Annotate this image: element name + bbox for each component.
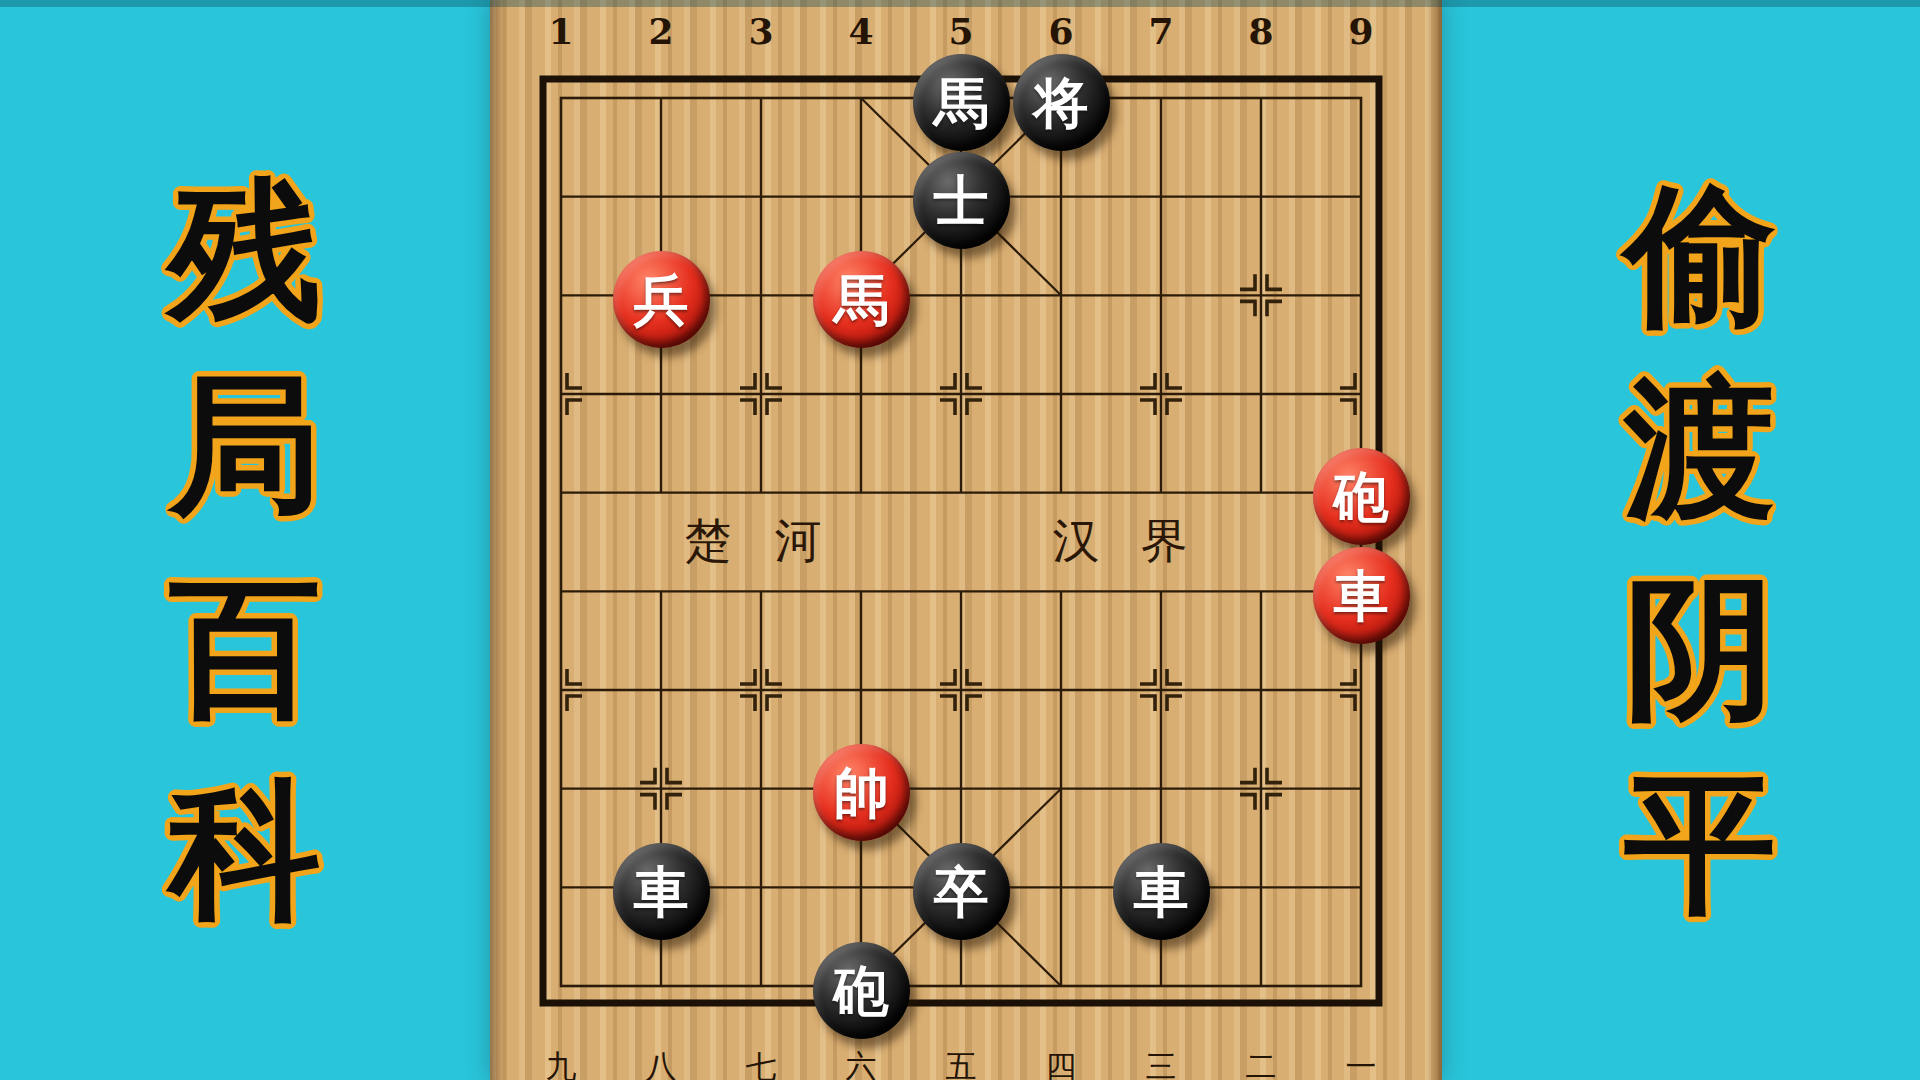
title-right: 偷渡阴平: [1619, 167, 1776, 932]
bottom-coordinate: 三: [1146, 1048, 1177, 1080]
piece-red-chariot[interactable]: 車: [1313, 547, 1410, 644]
bottom-coordinate: 七: [746, 1048, 777, 1080]
piece-black-chariot-right[interactable]: 車: [1113, 843, 1210, 940]
title-left: 残局百科: [164, 162, 321, 939]
bottom-coordinate: 四: [1046, 1048, 1077, 1080]
title-left-char: 局: [166, 357, 321, 534]
top-coordinate: 3: [748, 10, 773, 52]
piece-label: 兵: [634, 272, 689, 327]
title-right-char: 阴: [1624, 560, 1776, 737]
river-label-chu-he: 河: [775, 513, 822, 568]
piece-black-advisor[interactable]: 士: [913, 152, 1010, 249]
bottom-coordinate: 一: [1346, 1048, 1377, 1080]
river-label-han-jie: 汉: [1053, 513, 1100, 568]
video-frame: 123456789 九八七六五四三二一 楚河汉界 残局百科 偷渡阴平 馬将士兵馬…: [0, 0, 1920, 1080]
bottom-coordinate: 五: [946, 1048, 977, 1080]
piece-label: 卒: [934, 864, 989, 919]
top-coordinate: 6: [1048, 10, 1073, 52]
top-coordinate: 9: [1348, 10, 1373, 52]
river-label-chu-he: 楚: [685, 513, 732, 568]
piece-label: 士: [934, 173, 989, 228]
top-coordinate: 5: [948, 10, 973, 52]
piece-label: 砲: [834, 963, 889, 1018]
title-right-char: 渡: [1622, 360, 1776, 537]
piece-black-pawn[interactable]: 卒: [913, 843, 1010, 940]
piece-label: 馬: [834, 272, 889, 327]
title-left-char: 百: [168, 560, 321, 737]
top-edge-shade: [0, 0, 1920, 7]
top-coordinates: 123456789: [548, 10, 1373, 52]
river-text: 楚河汉界: [685, 513, 1188, 568]
piece-label: 馬: [934, 75, 989, 130]
bottom-coordinate: 八: [646, 1048, 677, 1080]
piece-black-chariot-left[interactable]: 車: [613, 843, 710, 940]
piece-red-cannon[interactable]: 砲: [1313, 448, 1410, 545]
bottom-coordinates: 九八七六五四三二一: [546, 1048, 1377, 1080]
bottom-coordinate: 九: [546, 1048, 577, 1080]
piece-label: 将: [1034, 75, 1089, 130]
piece-black-general[interactable]: 将: [1013, 54, 1110, 151]
piece-red-pawn[interactable]: 兵: [613, 251, 710, 348]
bottom-coordinate: 二: [1246, 1048, 1277, 1080]
piece-label: 車: [634, 864, 689, 919]
top-coordinate: 7: [1148, 10, 1173, 52]
top-coordinate: 2: [648, 10, 673, 52]
piece-red-general[interactable]: 帥: [813, 744, 910, 841]
piece-label: 砲: [1334, 469, 1389, 524]
piece-label: 帥: [834, 765, 889, 820]
piece-black-cannon[interactable]: 砲: [813, 942, 910, 1039]
river-label-han-jie: 界: [1141, 513, 1188, 568]
title-left-char: 科: [165, 762, 321, 939]
title-right-char: 偷: [1619, 167, 1776, 344]
piece-red-horse[interactable]: 馬: [813, 251, 910, 348]
title-right-char: 平: [1624, 755, 1776, 932]
piece-label: 車: [1334, 568, 1389, 623]
top-coordinate: 4: [848, 10, 873, 52]
piece-black-horse[interactable]: 馬: [913, 54, 1010, 151]
piece-label: 車: [1134, 864, 1189, 919]
title-left-char: 残: [164, 162, 321, 339]
bottom-coordinate: 六: [846, 1048, 877, 1080]
top-coordinate: 1: [548, 10, 573, 52]
top-coordinate: 8: [1248, 10, 1273, 52]
